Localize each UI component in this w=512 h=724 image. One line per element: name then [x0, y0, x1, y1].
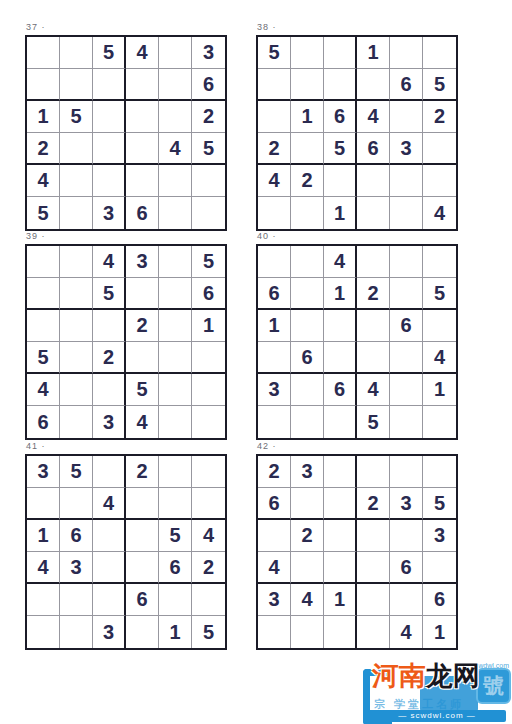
sudoku-cell-given: 6	[27, 406, 60, 438]
sudoku-grid-40: 46125166436415	[256, 244, 458, 440]
sudoku-cell-given: 2	[291, 165, 324, 197]
sudoku-cell-given: 5	[423, 278, 456, 310]
sudoku-cell-empty	[291, 488, 324, 520]
sudoku-grid-42: 2362352346341641	[256, 454, 458, 650]
sudoku-cell-empty	[357, 552, 390, 584]
sudoku-cell-empty	[423, 406, 456, 438]
sudoku-cell-given: 5	[27, 197, 60, 229]
sudoku-cell-given: 6	[423, 584, 456, 616]
sudoku-cell-given: 2	[291, 520, 324, 552]
sudoku-cell-empty	[324, 165, 357, 197]
sudoku-cell-empty	[60, 165, 93, 197]
puzzle-41: 41 · 3524165443626315	[25, 441, 227, 650]
sudoku-cell-empty	[258, 246, 291, 278]
sudoku-cell-given: 2	[27, 133, 60, 165]
sudoku-cell-empty	[324, 616, 357, 648]
sudoku-cell-given: 5	[93, 278, 126, 310]
sudoku-cell-empty	[60, 616, 93, 648]
sudoku-cell-given: 1	[357, 37, 390, 69]
sudoku-cell-empty	[390, 520, 423, 552]
sudoku-cell-given: 4	[390, 616, 423, 648]
sudoku-cell-given: 4	[93, 488, 126, 520]
sudoku-cell-empty	[60, 488, 93, 520]
sudoku-cell-empty	[27, 37, 60, 69]
sudoku-cell-empty	[258, 69, 291, 101]
sudoku-cell-given: 1	[27, 101, 60, 133]
sudoku-cell-empty	[324, 488, 357, 520]
sudoku-cell-empty	[159, 374, 192, 406]
sudoku-cell-empty	[357, 310, 390, 342]
sudoku-cell-empty	[93, 552, 126, 584]
sudoku-cell-empty	[390, 406, 423, 438]
sudoku-cell-given: 6	[60, 520, 93, 552]
sudoku-cell-empty	[27, 488, 60, 520]
sudoku-cell-empty	[93, 310, 126, 342]
sudoku-cell-given: 1	[258, 310, 291, 342]
sudoku-cell-empty	[357, 616, 390, 648]
sudoku-cell-empty	[159, 584, 192, 616]
sudoku-grid-39: 43556215245634	[25, 244, 227, 440]
sudoku-cell-given: 5	[159, 520, 192, 552]
sudoku-cell-given: 6	[390, 69, 423, 101]
sudoku-cell-empty	[126, 552, 159, 584]
sudoku-cell-given: 3	[93, 616, 126, 648]
sudoku-cell-given: 5	[192, 133, 225, 165]
sudoku-cell-given: 3	[126, 246, 159, 278]
sudoku-cell-given: 4	[423, 342, 456, 374]
sudoku-cell-empty	[390, 197, 423, 229]
sudoku-cell-empty	[324, 406, 357, 438]
sudoku-cell-empty	[390, 374, 423, 406]
sudoku-cell-given: 4	[126, 406, 159, 438]
sudoku-cell-empty	[390, 278, 423, 310]
sudoku-cell-given: 4	[27, 374, 60, 406]
sudoku-cell-empty	[291, 406, 324, 438]
sudoku-cell-empty	[126, 165, 159, 197]
sudoku-cell-empty	[192, 374, 225, 406]
sudoku-cell-empty	[93, 101, 126, 133]
sudoku-cell-empty	[390, 342, 423, 374]
sudoku-cell-given: 2	[192, 101, 225, 133]
sudoku-cell-given: 1	[423, 374, 456, 406]
sudoku-cell-empty	[423, 310, 456, 342]
sudoku-cell-given: 5	[27, 342, 60, 374]
sudoku-cell-given: 6	[159, 552, 192, 584]
sudoku-cell-given: 5	[324, 133, 357, 165]
sudoku-cell-given: 1	[192, 310, 225, 342]
sudoku-cell-empty	[60, 37, 93, 69]
sudoku-cell-given: 4	[27, 165, 60, 197]
sudoku-cell-given: 5	[93, 37, 126, 69]
sudoku-cell-empty	[27, 246, 60, 278]
sudoku-cell-empty	[390, 37, 423, 69]
sudoku-cell-empty	[258, 406, 291, 438]
sudoku-cell-empty	[357, 165, 390, 197]
sudoku-cell-given: 2	[126, 310, 159, 342]
watermark-seal-badge: 號	[476, 668, 511, 704]
sudoku-cell-empty	[27, 278, 60, 310]
sudoku-cell-empty	[126, 101, 159, 133]
sudoku-cell-given: 5	[357, 406, 390, 438]
sudoku-cell-empty	[159, 488, 192, 520]
sudoku-cell-given: 6	[258, 488, 291, 520]
sudoku-cell-empty	[159, 406, 192, 438]
sudoku-cell-given: 4	[126, 37, 159, 69]
sudoku-cell-empty	[159, 69, 192, 101]
sudoku-cell-empty	[192, 342, 225, 374]
sudoku-cell-given: 2	[93, 342, 126, 374]
sudoku-cell-empty	[93, 374, 126, 406]
sudoku-grid-41: 3524165443626315	[25, 454, 227, 650]
sudoku-cell-empty	[357, 246, 390, 278]
sudoku-cell-empty	[357, 342, 390, 374]
sudoku-cell-given: 6	[291, 342, 324, 374]
sudoku-cell-empty	[60, 374, 93, 406]
sudoku-cell-empty	[324, 69, 357, 101]
watermark: 號 scwdwl.com 河南龙网 宗 学堂工名师 — scwdwl.com —	[360, 662, 512, 724]
sudoku-cell-given: 4	[291, 584, 324, 616]
sudoku-cell-empty	[291, 133, 324, 165]
sudoku-cell-given: 3	[390, 133, 423, 165]
sudoku-cell-given: 3	[291, 456, 324, 488]
sudoku-cell-empty	[423, 552, 456, 584]
sudoku-cell-empty	[324, 310, 357, 342]
puzzle-37: 37 · 54361522454536	[25, 22, 227, 231]
sudoku-cell-given: 1	[27, 520, 60, 552]
sudoku-cell-given: 1	[423, 616, 456, 648]
sudoku-cell-empty	[27, 69, 60, 101]
sudoku-cell-empty	[291, 37, 324, 69]
puzzle-39: 39 · 43556215245634	[25, 231, 227, 440]
sudoku-cell-empty	[126, 616, 159, 648]
sudoku-cell-empty	[258, 342, 291, 374]
sudoku-cell-given: 6	[324, 101, 357, 133]
sudoku-cell-empty	[357, 197, 390, 229]
puzzle-number-label: 39 ·	[26, 231, 227, 242]
sudoku-cell-empty	[126, 69, 159, 101]
watermark-title-dark: 龙网	[426, 661, 480, 691]
sudoku-cell-given: 6	[324, 374, 357, 406]
puzzle-number-label: 38 ·	[257, 22, 458, 33]
puzzle-38: 38 · 5165164225634214	[256, 22, 458, 231]
puzzle-number-label: 40 ·	[257, 231, 458, 242]
sudoku-cell-empty	[291, 197, 324, 229]
sudoku-cell-empty	[27, 310, 60, 342]
sudoku-cell-empty	[126, 133, 159, 165]
sudoku-cell-given: 3	[423, 520, 456, 552]
sudoku-cell-empty	[93, 520, 126, 552]
sudoku-cell-empty	[159, 101, 192, 133]
sudoku-cell-given: 4	[93, 246, 126, 278]
sudoku-cell-empty	[159, 278, 192, 310]
sudoku-cell-empty	[192, 406, 225, 438]
watermark-url-bar: — scwdwl.com —	[368, 710, 506, 722]
sudoku-cell-given: 6	[126, 197, 159, 229]
sudoku-cell-empty	[93, 133, 126, 165]
sudoku-cell-given: 4	[258, 165, 291, 197]
sudoku-cell-empty	[159, 165, 192, 197]
sudoku-cell-empty	[192, 456, 225, 488]
sudoku-cell-given: 4	[192, 520, 225, 552]
sudoku-cell-empty	[93, 456, 126, 488]
sudoku-cell-given: 3	[390, 488, 423, 520]
sudoku-cell-given: 6	[192, 278, 225, 310]
sudoku-cell-empty	[324, 456, 357, 488]
sudoku-cell-given: 4	[258, 552, 291, 584]
sudoku-cell-given: 3	[258, 374, 291, 406]
sudoku-cell-empty	[60, 69, 93, 101]
sudoku-cell-empty	[93, 69, 126, 101]
sudoku-cell-empty	[27, 616, 60, 648]
sudoku-cell-given: 2	[258, 133, 291, 165]
watermark-url: — scwdwl.com —	[398, 710, 476, 722]
sudoku-cell-given: 5	[258, 37, 291, 69]
sudoku-cell-given: 5	[192, 246, 225, 278]
sudoku-cell-given: 5	[60, 456, 93, 488]
sudoku-cell-given: 2	[192, 552, 225, 584]
sudoku-cell-given: 4	[423, 197, 456, 229]
sudoku-cell-empty	[291, 374, 324, 406]
sudoku-cell-given: 2	[357, 278, 390, 310]
puzzle-number-label: 42 ·	[257, 441, 458, 452]
sudoku-cell-empty	[126, 488, 159, 520]
sudoku-cell-given: 6	[357, 133, 390, 165]
sudoku-cell-given: 2	[126, 456, 159, 488]
sudoku-cell-empty	[390, 246, 423, 278]
sudoku-cell-empty	[291, 69, 324, 101]
sudoku-cell-given: 6	[192, 69, 225, 101]
sudoku-cell-given: 3	[60, 552, 93, 584]
sudoku-cell-given: 6	[390, 310, 423, 342]
sudoku-cell-empty	[390, 456, 423, 488]
sudoku-cell-empty	[390, 101, 423, 133]
sudoku-cell-given: 3	[93, 406, 126, 438]
sudoku-cell-empty	[159, 197, 192, 229]
sudoku-grid-38: 5165164225634214	[256, 35, 458, 231]
sudoku-cell-empty	[192, 488, 225, 520]
sudoku-cell-empty	[291, 616, 324, 648]
sudoku-cell-given: 1	[324, 278, 357, 310]
sudoku-cell-given: 3	[192, 37, 225, 69]
sudoku-cell-empty	[324, 520, 357, 552]
sudoku-cell-empty	[291, 310, 324, 342]
sudoku-cell-given: 1	[291, 101, 324, 133]
sudoku-cell-empty	[291, 552, 324, 584]
sudoku-cell-given: 6	[126, 584, 159, 616]
sudoku-cell-empty	[60, 133, 93, 165]
sudoku-cell-empty	[423, 165, 456, 197]
sudoku-cell-empty	[192, 584, 225, 616]
puzzle-42: 42 · 2362352346341641	[256, 441, 458, 650]
sudoku-cell-empty	[159, 456, 192, 488]
sudoku-cell-empty	[159, 246, 192, 278]
sudoku-cell-empty	[60, 310, 93, 342]
sudoku-cell-empty	[60, 197, 93, 229]
sudoku-cell-empty	[93, 584, 126, 616]
watermark-title-orange: 河南	[372, 661, 426, 691]
sudoku-cell-given: 6	[258, 278, 291, 310]
sudoku-cell-given: 3	[27, 456, 60, 488]
sudoku-cell-empty	[357, 584, 390, 616]
puzzle-40: 40 · 46125166436415	[256, 231, 458, 440]
sudoku-cell-empty	[357, 456, 390, 488]
sudoku-cell-given: 4	[357, 374, 390, 406]
sudoku-cell-given: 3	[93, 197, 126, 229]
sudoku-cell-empty	[126, 278, 159, 310]
sudoku-cell-empty	[291, 246, 324, 278]
sudoku-cell-empty	[423, 37, 456, 69]
sudoku-cell-empty	[324, 37, 357, 69]
sudoku-cell-empty	[423, 456, 456, 488]
sudoku-cell-empty	[423, 133, 456, 165]
sudoku-cell-empty	[324, 552, 357, 584]
sudoku-cell-empty	[357, 69, 390, 101]
sudoku-cell-empty	[159, 342, 192, 374]
sudoku-cell-given: 5	[423, 488, 456, 520]
sudoku-cell-given: 5	[423, 69, 456, 101]
sudoku-cell-empty	[291, 278, 324, 310]
sudoku-cell-empty	[324, 342, 357, 374]
sudoku-cell-empty	[60, 406, 93, 438]
sudoku-cell-given: 1	[324, 584, 357, 616]
sudoku-cell-empty	[93, 165, 126, 197]
sudoku-cell-empty	[390, 165, 423, 197]
sudoku-cell-given: 1	[159, 616, 192, 648]
puzzle-number-label: 37 ·	[26, 22, 227, 33]
sudoku-cell-empty	[258, 101, 291, 133]
sudoku-cell-empty	[159, 310, 192, 342]
sudoku-cell-empty	[159, 37, 192, 69]
sudoku-cell-given: 5	[192, 616, 225, 648]
sudoku-cell-given: 2	[258, 456, 291, 488]
sudoku-cell-given: 4	[357, 101, 390, 133]
sudoku-cell-given: 1	[324, 197, 357, 229]
puzzle-number-label: 41 ·	[26, 441, 227, 452]
sudoku-cell-empty	[27, 584, 60, 616]
sudoku-cell-empty	[258, 520, 291, 552]
sudoku-cell-given: 6	[390, 552, 423, 584]
sudoku-cell-empty	[258, 197, 291, 229]
watermark-title: 河南龙网	[372, 662, 480, 692]
sudoku-cell-given: 5	[126, 374, 159, 406]
sudoku-cell-given: 4	[324, 246, 357, 278]
sudoku-cell-empty	[60, 584, 93, 616]
sudoku-cell-empty	[357, 520, 390, 552]
sudoku-cell-empty	[126, 342, 159, 374]
sudoku-cell-given: 5	[60, 101, 93, 133]
sudoku-cell-empty	[60, 278, 93, 310]
sudoku-cell-empty	[60, 342, 93, 374]
sudoku-page: 37 · 54361522454536 38 · 516516422563421…	[0, 0, 512, 724]
sudoku-cell-empty	[258, 616, 291, 648]
sudoku-grid-37: 54361522454536	[25, 35, 227, 231]
sudoku-cell-given: 3	[258, 584, 291, 616]
sudoku-cell-given: 4	[27, 552, 60, 584]
sudoku-cell-empty	[423, 246, 456, 278]
sudoku-cell-empty	[192, 165, 225, 197]
sudoku-cell-empty	[390, 584, 423, 616]
sudoku-cell-given: 2	[357, 488, 390, 520]
sudoku-cell-empty	[192, 197, 225, 229]
sudoku-cell-given: 4	[159, 133, 192, 165]
sudoku-cell-empty	[126, 520, 159, 552]
sudoku-cell-empty	[60, 246, 93, 278]
sudoku-cell-given: 2	[423, 101, 456, 133]
